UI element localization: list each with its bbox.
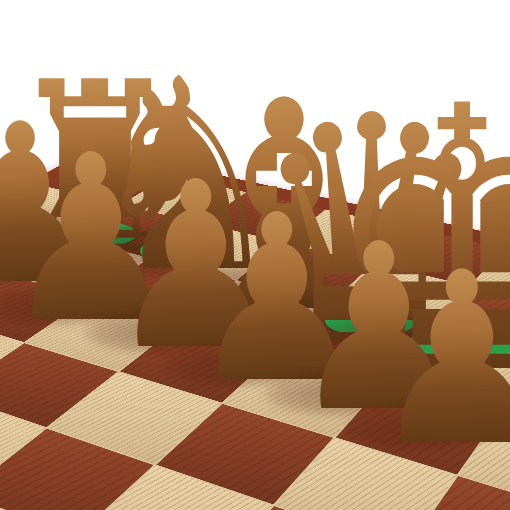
- piece-pawn-f2: ♟: [371, 241, 510, 479]
- pieces-layer: ♟♜♟♞♟♝♟♛♟♚♟: [0, 0, 510, 510]
- chess-set-photo: ♟♜♟♞♟♝♟♛♟♚♟: [0, 0, 510, 510]
